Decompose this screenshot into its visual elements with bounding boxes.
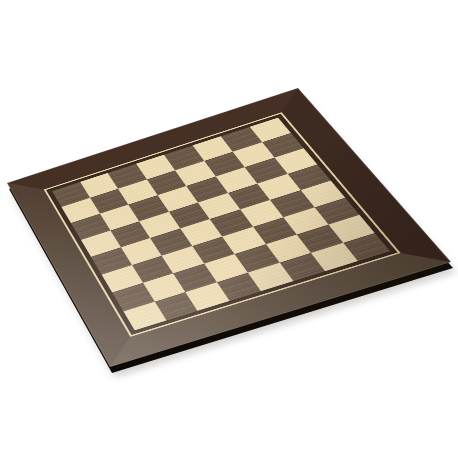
photo-background xyxy=(0,0,458,458)
chess-board xyxy=(7,88,451,367)
